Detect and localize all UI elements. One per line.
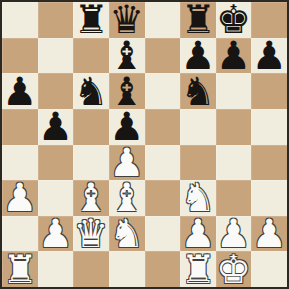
white-rook[interactable]: ♜ <box>2 252 37 287</box>
white-queen[interactable]: ♛ <box>74 216 109 251</box>
square-g4[interactable] <box>216 145 252 181</box>
square-f1[interactable]: ♜ <box>180 251 216 287</box>
white-pawn[interactable]: ♟ <box>38 216 73 251</box>
white-knight[interactable]: ♞ <box>109 216 144 251</box>
square-b8[interactable] <box>38 2 74 38</box>
square-h6[interactable] <box>251 73 287 109</box>
square-b4[interactable] <box>38 145 74 181</box>
square-g7[interactable]: ♟ <box>216 38 252 74</box>
square-d7[interactable]: ♝ <box>109 38 145 74</box>
square-e8[interactable] <box>145 2 181 38</box>
square-h5[interactable] <box>251 109 287 145</box>
square-c2[interactable]: ♛ <box>73 216 109 252</box>
black-pawn[interactable]: ♟ <box>180 38 215 73</box>
square-c7[interactable] <box>73 38 109 74</box>
square-a5[interactable] <box>2 109 38 145</box>
black-bishop[interactable]: ♝ <box>109 38 144 73</box>
square-g1[interactable]: ♚ <box>216 251 252 287</box>
white-pawn[interactable]: ♟ <box>180 216 215 251</box>
black-pawn[interactable]: ♟ <box>252 38 287 73</box>
square-h1[interactable] <box>251 251 287 287</box>
square-e4[interactable] <box>145 145 181 181</box>
square-e1[interactable] <box>145 251 181 287</box>
square-e3[interactable] <box>145 180 181 216</box>
square-a3[interactable]: ♟ <box>2 180 38 216</box>
square-b2[interactable]: ♟ <box>38 216 74 252</box>
white-pawn[interactable]: ♟ <box>216 216 251 251</box>
black-pawn[interactable]: ♟ <box>109 109 144 144</box>
black-pawn[interactable]: ♟ <box>2 74 37 109</box>
square-e2[interactable] <box>145 216 181 252</box>
square-g6[interactable] <box>216 73 252 109</box>
chess-board: ♜♛♜♚♝♟♟♟♟♞♝♞♟♟♟♟♝♝♞♟♛♞♟♟♟♜♜♚ <box>0 0 289 289</box>
square-f7[interactable]: ♟ <box>180 38 216 74</box>
square-d2[interactable]: ♞ <box>109 216 145 252</box>
square-a8[interactable] <box>2 2 38 38</box>
square-b5[interactable]: ♟ <box>38 109 74 145</box>
square-c1[interactable] <box>73 251 109 287</box>
square-h7[interactable]: ♟ <box>251 38 287 74</box>
square-e6[interactable] <box>145 73 181 109</box>
black-knight[interactable]: ♞ <box>180 74 215 109</box>
white-rook[interactable]: ♜ <box>180 252 215 287</box>
square-c8[interactable]: ♜ <box>73 2 109 38</box>
square-a1[interactable]: ♜ <box>2 251 38 287</box>
square-e7[interactable] <box>145 38 181 74</box>
square-c5[interactable] <box>73 109 109 145</box>
black-pawn[interactable]: ♟ <box>38 109 73 144</box>
black-rook[interactable]: ♜ <box>74 2 109 37</box>
square-g5[interactable] <box>216 109 252 145</box>
square-f5[interactable] <box>180 109 216 145</box>
black-knight[interactable]: ♞ <box>74 74 109 109</box>
square-a7[interactable] <box>2 38 38 74</box>
white-pawn[interactable]: ♟ <box>2 180 37 215</box>
square-b7[interactable] <box>38 38 74 74</box>
square-e5[interactable] <box>145 109 181 145</box>
square-d1[interactable] <box>109 251 145 287</box>
square-f6[interactable]: ♞ <box>180 73 216 109</box>
white-king[interactable]: ♚ <box>216 252 251 287</box>
square-h2[interactable]: ♟ <box>251 216 287 252</box>
square-h4[interactable] <box>251 145 287 181</box>
square-c6[interactable]: ♞ <box>73 73 109 109</box>
black-pawn[interactable]: ♟ <box>216 38 251 73</box>
square-a6[interactable]: ♟ <box>2 73 38 109</box>
white-pawn[interactable]: ♟ <box>252 216 287 251</box>
square-b1[interactable] <box>38 251 74 287</box>
